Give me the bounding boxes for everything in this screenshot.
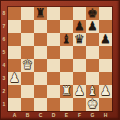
square-c6[interactable]	[34, 33, 47, 46]
square-f6[interactable]: ♛	[73, 33, 86, 46]
rank-label-3: 3	[0, 72, 8, 85]
square-b6[interactable]	[21, 33, 34, 46]
square-d7[interactable]	[47, 20, 60, 33]
square-h8[interactable]	[99, 7, 112, 20]
square-g7[interactable]: ♟	[86, 20, 99, 33]
square-e3[interactable]	[60, 72, 73, 85]
square-h6[interactable]: ♟	[99, 33, 112, 46]
square-c5[interactable]	[34, 46, 47, 59]
file-label-d: D	[47, 111, 60, 120]
chess-board-frame: ♜♚♟♟♝♛♟♛♟♜♟♝♟♚ 87654321 ABCDEFGH	[0, 0, 120, 120]
square-c3[interactable]	[34, 72, 47, 85]
square-g4[interactable]	[86, 59, 99, 72]
file-label-c: C	[34, 111, 47, 120]
black-pawn-h6[interactable]: ♟	[100, 33, 111, 46]
square-h4[interactable]	[99, 59, 112, 72]
square-d8[interactable]	[47, 7, 60, 20]
rank-label-1: 1	[0, 98, 8, 111]
white-pawn-h2[interactable]: ♟	[100, 85, 111, 98]
square-f8[interactable]	[73, 7, 86, 20]
square-e6[interactable]: ♝	[60, 33, 73, 46]
square-c7[interactable]	[34, 20, 47, 33]
rank-label-6: 6	[0, 33, 8, 46]
black-bishop-e6[interactable]: ♝	[61, 33, 72, 46]
white-bishop-g2[interactable]: ♝	[87, 85, 98, 98]
square-d4[interactable]	[47, 59, 60, 72]
square-a6[interactable]	[8, 33, 21, 46]
white-pawn-a3[interactable]: ♟	[9, 72, 20, 85]
white-king-g1[interactable]: ♚	[87, 98, 98, 111]
square-d2[interactable]	[47, 85, 60, 98]
square-d5[interactable]	[47, 46, 60, 59]
square-f1[interactable]	[73, 98, 86, 111]
square-h1[interactable]	[99, 98, 112, 111]
square-a7[interactable]	[8, 20, 21, 33]
white-queen-b4[interactable]: ♛	[22, 59, 33, 72]
file-label-e: E	[60, 111, 73, 120]
square-a5[interactable]	[8, 46, 21, 59]
square-b8[interactable]	[21, 7, 34, 20]
file-label-g: G	[86, 111, 99, 120]
rank-label-7: 7	[0, 20, 8, 33]
square-g6[interactable]	[86, 33, 99, 46]
square-g2[interactable]: ♝	[86, 85, 99, 98]
black-king-g8[interactable]: ♚	[87, 7, 98, 20]
square-f4[interactable]	[73, 59, 86, 72]
square-f7[interactable]: ♟	[73, 20, 86, 33]
rank-label-2: 2	[0, 85, 8, 98]
square-g1[interactable]: ♚	[86, 98, 99, 111]
square-c1[interactable]	[34, 98, 47, 111]
square-e5[interactable]	[60, 46, 73, 59]
square-g5[interactable]	[86, 46, 99, 59]
black-pawn-f7[interactable]: ♟	[74, 20, 85, 33]
square-e2[interactable]: ♜	[60, 85, 73, 98]
square-b5[interactable]	[21, 46, 34, 59]
square-e8[interactable]	[60, 7, 73, 20]
square-e4[interactable]	[60, 59, 73, 72]
square-g3[interactable]	[86, 72, 99, 85]
chess-board: ♜♚♟♟♝♛♟♛♟♜♟♝♟♚	[8, 7, 112, 111]
rank-label-5: 5	[0, 46, 8, 59]
square-c8[interactable]: ♜	[34, 7, 47, 20]
black-rook-c8[interactable]: ♜	[35, 7, 46, 20]
square-f3[interactable]	[73, 72, 86, 85]
square-b3[interactable]	[21, 72, 34, 85]
square-f2[interactable]: ♟	[73, 85, 86, 98]
white-pawn-f2[interactable]: ♟	[74, 85, 85, 98]
square-h2[interactable]: ♟	[99, 85, 112, 98]
square-d1[interactable]	[47, 98, 60, 111]
square-b7[interactable]	[21, 20, 34, 33]
square-b2[interactable]	[21, 85, 34, 98]
square-h5[interactable]	[99, 46, 112, 59]
rank-label-4: 4	[0, 59, 8, 72]
square-a3[interactable]: ♟	[8, 72, 21, 85]
file-label-a: A	[8, 111, 21, 120]
square-e7[interactable]	[60, 20, 73, 33]
square-h7[interactable]	[99, 20, 112, 33]
square-d6[interactable]	[47, 33, 60, 46]
square-h3[interactable]	[99, 72, 112, 85]
black-queen-f6[interactable]: ♛	[74, 33, 85, 46]
rank-label-8: 8	[0, 7, 8, 20]
square-d3[interactable]	[47, 72, 60, 85]
square-a8[interactable]	[8, 7, 21, 20]
square-e1[interactable]	[60, 98, 73, 111]
square-g8[interactable]: ♚	[86, 7, 99, 20]
file-label-f: F	[73, 111, 86, 120]
square-c4[interactable]	[34, 59, 47, 72]
square-b1[interactable]	[21, 98, 34, 111]
square-a2[interactable]	[8, 85, 21, 98]
white-rook-e2[interactable]: ♜	[61, 85, 72, 98]
file-label-b: B	[21, 111, 34, 120]
square-a4[interactable]	[8, 59, 21, 72]
square-b4[interactable]: ♛	[21, 59, 34, 72]
square-f5[interactable]	[73, 46, 86, 59]
square-c2[interactable]	[34, 85, 47, 98]
square-a1[interactable]	[8, 98, 21, 111]
file-label-h: H	[99, 111, 112, 120]
black-pawn-g7[interactable]: ♟	[87, 20, 98, 33]
